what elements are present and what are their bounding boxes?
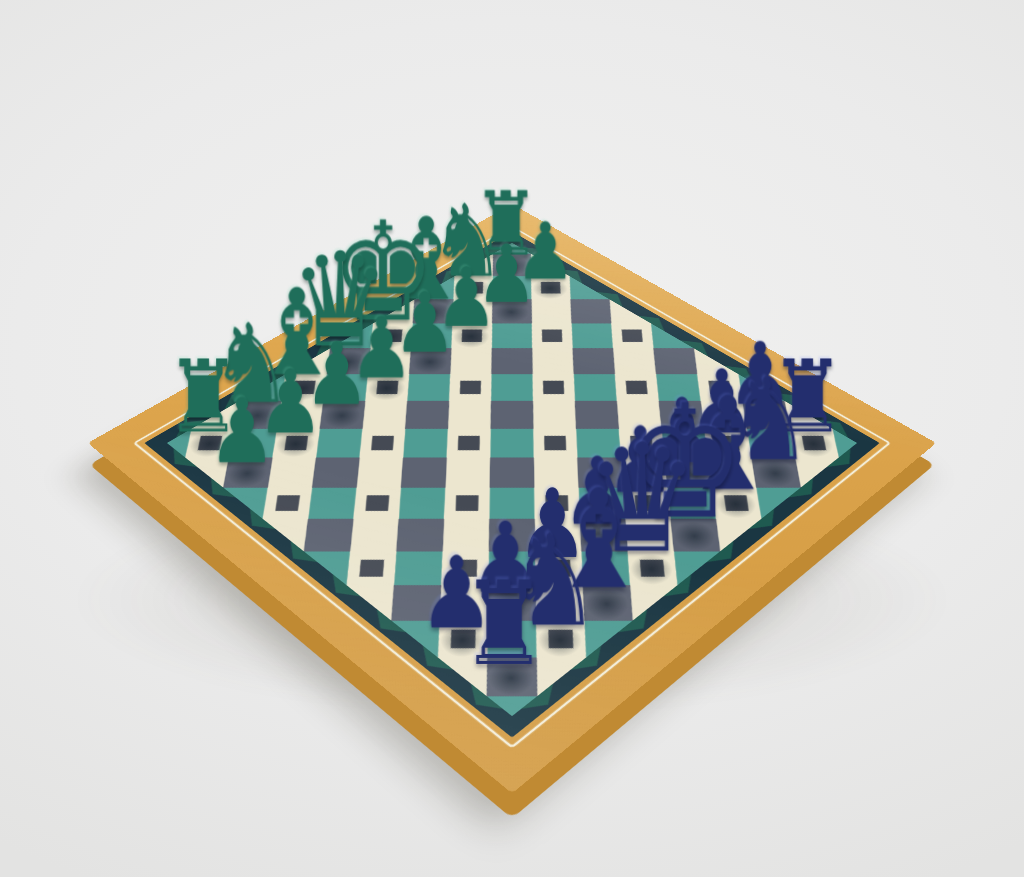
chess-board: ♜♞♝♛♚♝♞♜♟♟♟♟♟♟♟♟♟♟♟♟♟♟♟♟♜♞♝♛♚♝♞♜ bbox=[88, 204, 937, 793]
piece-blue-rook-a1[interactable]: ♜ bbox=[460, 570, 548, 676]
pieces-layer: ♜♞♝♛♚♝♞♜♟♟♟♟♟♟♟♟♟♟♟♟♟♟♟♟♜♞♝♛♚♝♞♜ bbox=[88, 204, 937, 793]
scene: ♜♞♝♛♚♝♞♜♟♟♟♟♟♟♟♟♟♟♟♟♟♟♟♟♜♞♝♛♚♝♞♜ bbox=[0, 0, 1024, 877]
piece-green-pawn-a7[interactable]: ♟ bbox=[208, 390, 276, 473]
